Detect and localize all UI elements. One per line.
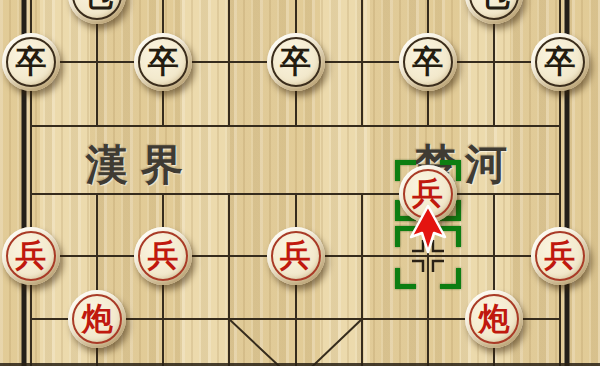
xiangqi-board: 漢界 楚河 包包卒卒卒卒卒兵兵兵兵兵炮炮: [0, 0, 600, 366]
move-arrow-icon: [0, 0, 600, 366]
